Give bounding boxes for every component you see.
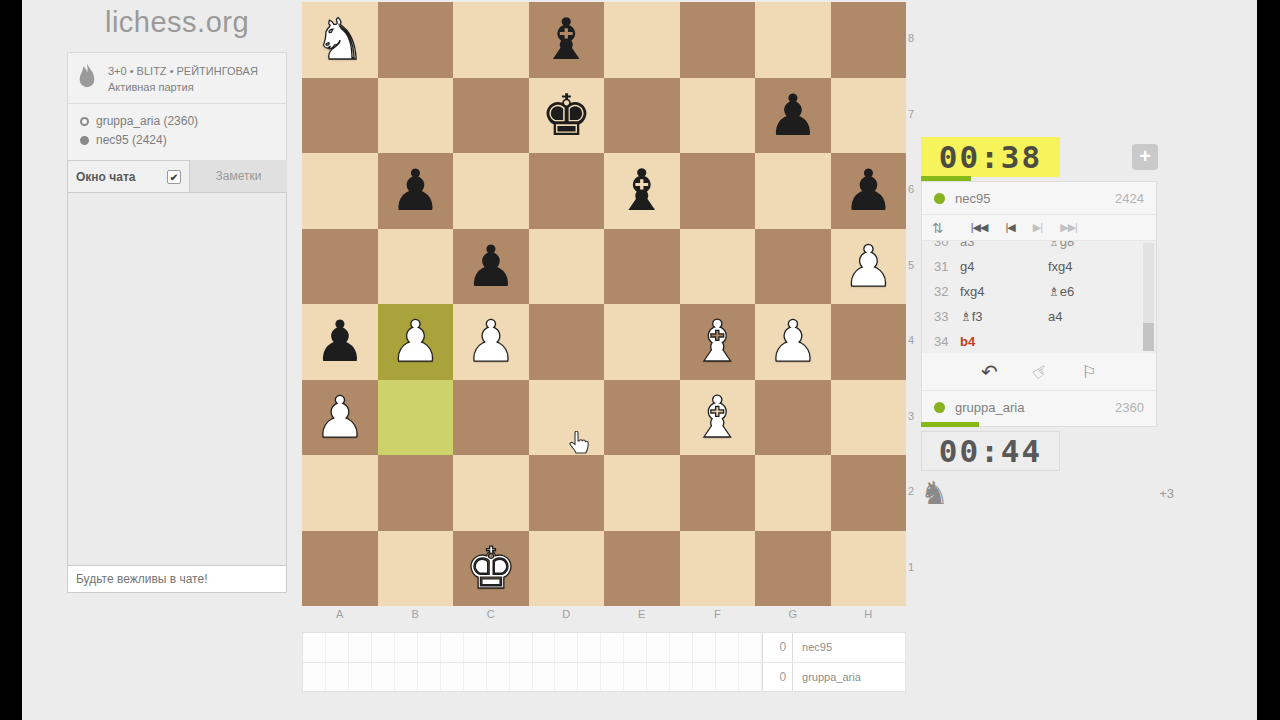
move-time-cell xyxy=(578,663,601,691)
square-c3[interactable] xyxy=(453,380,529,456)
move-nav-bar: ⇅ |◀◀ |◀ ▶| ▶▶| xyxy=(922,215,1156,241)
square-d6[interactable] xyxy=(529,153,605,229)
black-bishop[interactable]: ♝ xyxy=(529,2,605,78)
game-mode-label: 3+0 • BLITZ • РЕЙТИНГОВАЯ xyxy=(108,63,258,79)
square-e1[interactable] xyxy=(604,531,680,607)
white-move[interactable]: a3 xyxy=(960,241,1048,254)
black-player-rating: 2424 xyxy=(1115,191,1144,206)
file-label-d: D xyxy=(529,608,605,620)
draw-offer-hand-icon[interactable]: ☞ xyxy=(1027,358,1052,384)
resign-flag-icon[interactable]: ⚐ xyxy=(1082,362,1097,382)
black-color-icon xyxy=(80,136,89,145)
move-time-cell xyxy=(555,663,578,691)
move-time-player-name: gruppa_aria xyxy=(792,663,905,691)
square-b6[interactable]: ♟ xyxy=(378,153,454,229)
square-d1[interactable] xyxy=(529,531,605,607)
first-move-button[interactable]: |◀◀ xyxy=(971,221,988,234)
square-f6[interactable] xyxy=(680,153,756,229)
file-label-h: H xyxy=(831,608,907,620)
square-f5[interactable] xyxy=(680,229,756,305)
black-player-label: nec95 (2424) xyxy=(96,133,167,147)
move-time-cell xyxy=(716,663,739,691)
black-pawn[interactable]: ♟ xyxy=(831,153,907,229)
square-g5[interactable] xyxy=(755,229,831,305)
player-white-row[interactable]: gruppa_aria (2360) xyxy=(80,112,276,131)
move-time-row-nec95: 0nec95 xyxy=(303,633,905,662)
square-a7[interactable] xyxy=(302,78,378,154)
square-c8[interactable] xyxy=(453,2,529,78)
tab-chat-label: Окно чата xyxy=(76,170,135,184)
move-time-cell xyxy=(510,663,533,691)
file-label-b: B xyxy=(378,608,454,620)
chat-input[interactable] xyxy=(68,565,286,592)
square-b2[interactable] xyxy=(378,455,454,531)
online-dot-icon xyxy=(934,193,945,204)
black-move[interactable]: a4 xyxy=(1048,304,1128,329)
move-number: 34 xyxy=(922,329,960,353)
move-time-cell xyxy=(601,633,624,662)
chat-panel xyxy=(67,192,287,593)
white-player-row[interactable]: gruppa_aria 2360 xyxy=(922,390,1156,423)
white-pawn[interactable]: ♟ xyxy=(302,380,378,456)
square-h4[interactable] xyxy=(831,304,907,380)
rank-label-6: 6 xyxy=(908,183,922,195)
file-label-g: G xyxy=(755,608,831,620)
move-time-cell xyxy=(510,633,533,662)
square-c1[interactable]: ♚ xyxy=(453,531,529,607)
move-time-strip: 0nec950gruppa_aria xyxy=(302,632,906,692)
rank-label-3: 3 xyxy=(908,410,922,422)
move-time-cell xyxy=(670,663,693,691)
square-b5[interactable] xyxy=(378,229,454,305)
move-number: 31 xyxy=(922,254,960,279)
game-info-box: 3+0 • BLITZ • РЕЙТИНГОВАЯ Активная парти… xyxy=(67,52,287,161)
move-time-cell xyxy=(303,633,326,662)
square-a8[interactable]: ♞ xyxy=(302,2,378,78)
material-advantage: ♞ +3 xyxy=(920,474,1178,512)
move-time-cell xyxy=(441,663,464,691)
move-time-cell xyxy=(578,633,601,662)
square-g6[interactable] xyxy=(755,153,831,229)
move-time-cell xyxy=(693,663,716,691)
rank-label-8: 8 xyxy=(908,32,922,44)
white-player-label: gruppa_aria (2360) xyxy=(96,114,198,128)
move-time-cell xyxy=(372,633,395,662)
square-h3[interactable] xyxy=(831,380,907,456)
tab-notes-label: Заметки xyxy=(216,169,262,183)
square-c7[interactable] xyxy=(453,78,529,154)
square-e8[interactable] xyxy=(604,2,680,78)
captured-knight-icon: ♞ xyxy=(920,474,949,512)
white-move[interactable]: b4 xyxy=(960,329,1048,353)
move-time-cell xyxy=(533,633,556,662)
file-label-f: F xyxy=(680,608,756,620)
black-pawn[interactable]: ♟ xyxy=(755,78,831,154)
white-move[interactable]: g4 xyxy=(960,254,1048,279)
move-time-cell xyxy=(441,633,464,662)
square-c2[interactable] xyxy=(453,455,529,531)
file-label-c: C xyxy=(453,608,529,620)
rank-label-1: 1 xyxy=(908,561,922,573)
square-a5[interactable] xyxy=(302,229,378,305)
square-h1[interactable] xyxy=(831,531,907,607)
white-move[interactable]: ♗f3 xyxy=(960,304,1048,329)
move-time-player-name: nec95 xyxy=(792,633,905,662)
white-color-icon xyxy=(80,117,89,126)
black-player-row[interactable]: nec95 2424 xyxy=(922,182,1156,215)
square-h6[interactable]: ♟ xyxy=(831,153,907,229)
square-a1[interactable] xyxy=(302,531,378,607)
move-time-cell xyxy=(326,663,349,691)
mouse-cursor xyxy=(567,431,589,461)
white-bishop[interactable]: ♝ xyxy=(680,380,756,456)
move-time-cell xyxy=(326,633,349,662)
white-pawn[interactable]: ♟ xyxy=(378,304,454,380)
square-g2[interactable] xyxy=(755,455,831,531)
square-h2[interactable] xyxy=(831,455,907,531)
rank-label-4: 4 xyxy=(908,334,922,346)
move-time-cell xyxy=(349,663,372,691)
black-pawn[interactable]: ♟ xyxy=(453,229,529,305)
online-dot-icon xyxy=(934,402,945,413)
move-time-value: 0 xyxy=(762,663,792,691)
move-time-cell xyxy=(601,663,624,691)
black-player-name: nec95 xyxy=(955,191,990,206)
black-pawn[interactable]: ♟ xyxy=(302,304,378,380)
black-king[interactable]: ♚ xyxy=(529,78,605,154)
square-f4[interactable]: ♝ xyxy=(680,304,756,380)
square-g8[interactable] xyxy=(755,2,831,78)
rank-label-7: 7 xyxy=(908,108,922,120)
move-time-cell xyxy=(464,633,487,662)
chess-board[interactable]: ♞♝♚♟♟♝♟♟♟♟♟♟♝♟♟♝♚ xyxy=(302,2,906,606)
square-b3[interactable] xyxy=(378,380,454,456)
white-player-rating: 2360 xyxy=(1115,400,1144,415)
move-number: 33 xyxy=(922,304,960,329)
square-h5[interactable]: ♟ xyxy=(831,229,907,305)
square-c5[interactable]: ♟ xyxy=(453,229,529,305)
flip-board-icon[interactable]: ⇅ xyxy=(932,220,944,236)
square-g7[interactable]: ♟ xyxy=(755,78,831,154)
game-panel: nec95 2424 ⇅ |◀◀ |◀ ▶| ▶▶| 30a3♗g831g4fx… xyxy=(921,181,1157,427)
move-time-cell xyxy=(716,633,739,662)
move-number: 32 xyxy=(922,279,960,304)
move-time-cell xyxy=(647,663,670,691)
prev-move-button[interactable]: |◀ xyxy=(1006,221,1015,234)
square-d2[interactable] xyxy=(529,455,605,531)
square-d4[interactable] xyxy=(529,304,605,380)
square-b1[interactable] xyxy=(378,531,454,607)
takeback-icon[interactable]: ↶ xyxy=(981,360,998,384)
move-time-cell xyxy=(670,633,693,662)
square-d8[interactable]: ♝ xyxy=(529,2,605,78)
file-labels: ABCDEFGH xyxy=(302,608,906,620)
move-time-cell xyxy=(624,633,647,662)
move-list-scrollbar[interactable] xyxy=(1143,243,1154,351)
square-d5[interactable] xyxy=(529,229,605,305)
square-b7[interactable] xyxy=(378,78,454,154)
blitz-fire-icon xyxy=(76,63,98,95)
square-f2[interactable] xyxy=(680,455,756,531)
move-time-cell xyxy=(349,633,372,662)
move-time-cell xyxy=(693,633,716,662)
chat-enabled-checkbox[interactable]: ✔ xyxy=(167,170,181,184)
move-row-31[interactable]: 31g4fxg4 xyxy=(922,254,1156,279)
square-a4[interactable]: ♟ xyxy=(302,304,378,380)
black-move[interactable]: fxg4 xyxy=(1048,254,1128,279)
game-action-bar: ↶ ☞ ⚐ xyxy=(922,353,1156,390)
move-time-cell xyxy=(487,633,510,662)
next-move-button[interactable]: ▶| xyxy=(1033,221,1042,234)
scrollbar-thumb[interactable] xyxy=(1143,323,1154,351)
square-a3[interactable]: ♟ xyxy=(302,380,378,456)
square-a6[interactable] xyxy=(302,153,378,229)
white-player-name: gruppa_aria xyxy=(955,400,1024,415)
player-black-row[interactable]: nec95 (2424) xyxy=(80,131,276,150)
square-c4[interactable]: ♟ xyxy=(453,304,529,380)
move-row-32[interactable]: 32fxg4♗e6 xyxy=(922,279,1156,304)
square-f7[interactable] xyxy=(680,78,756,154)
tab-notes[interactable]: Заметки xyxy=(190,160,287,192)
white-bishop[interactable]: ♝ xyxy=(680,304,756,380)
move-time-cell xyxy=(464,663,487,691)
square-h7[interactable] xyxy=(831,78,907,154)
move-time-cell xyxy=(739,663,762,691)
tab-chat[interactable]: Окно чата ✔ xyxy=(67,160,190,192)
last-move-button[interactable]: ▶▶| xyxy=(1060,221,1077,234)
square-b4[interactable]: ♟ xyxy=(378,304,454,380)
square-d7[interactable]: ♚ xyxy=(529,78,605,154)
move-number: 30 xyxy=(922,241,960,254)
move-time-cell xyxy=(303,663,326,691)
material-advantage-value: +3 xyxy=(1159,486,1178,501)
file-label-e: E xyxy=(604,608,680,620)
square-h8[interactable] xyxy=(831,2,907,78)
white-pawn[interactable]: ♟ xyxy=(755,304,831,380)
move-time-cell xyxy=(418,633,441,662)
add-time-button[interactable]: + xyxy=(1132,144,1158,170)
move-time-cell xyxy=(739,633,762,662)
move-row-34[interactable]: 34b4 xyxy=(922,329,1156,353)
lichess-page: lichess.org 3+0 • BLITZ • РЕЙТИНГОВАЯ Ак… xyxy=(22,0,1257,720)
file-label-a: A xyxy=(302,608,378,620)
lichess-logo[interactable]: lichess.org xyxy=(67,6,287,39)
black-move[interactable] xyxy=(1048,329,1128,353)
move-time-cell xyxy=(395,663,418,691)
move-time-cell xyxy=(533,663,556,691)
white-pawn[interactable]: ♟ xyxy=(453,304,529,380)
white-knight[interactable]: ♞ xyxy=(302,2,378,78)
move-time-cell xyxy=(418,663,441,691)
square-e6[interactable]: ♝ xyxy=(604,153,680,229)
square-e7[interactable] xyxy=(604,78,680,154)
move-time-value: 0 xyxy=(762,633,792,662)
clock-white: 00:44 xyxy=(921,431,1060,471)
square-f8[interactable] xyxy=(680,2,756,78)
move-list[interactable]: 30a3♗g831g4fxg432fxg4♗e633♗f3a434b4 xyxy=(922,241,1156,353)
rank-label-5: 5 xyxy=(908,259,922,271)
move-time-cell xyxy=(395,633,418,662)
square-g1[interactable] xyxy=(755,531,831,607)
square-g4[interactable]: ♟ xyxy=(755,304,831,380)
square-e4[interactable] xyxy=(604,304,680,380)
black-move[interactable]: ♗g8 xyxy=(1048,241,1128,254)
black-move[interactable]: ♗e6 xyxy=(1048,279,1128,304)
square-b8[interactable] xyxy=(378,2,454,78)
black-pawn[interactable]: ♟ xyxy=(378,153,454,229)
game-status-label: Активная партия xyxy=(108,79,258,95)
move-time-cell xyxy=(555,633,578,662)
square-e5[interactable] xyxy=(604,229,680,305)
white-pawn[interactable]: ♟ xyxy=(831,229,907,305)
square-e3[interactable] xyxy=(604,380,680,456)
white-move[interactable]: fxg4 xyxy=(960,279,1048,304)
move-time-cell xyxy=(487,663,510,691)
move-row-30[interactable]: 30a3♗g8 xyxy=(922,241,1156,254)
square-c6[interactable] xyxy=(453,153,529,229)
square-a2[interactable] xyxy=(302,455,378,531)
white-king[interactable]: ♚ xyxy=(453,531,529,607)
move-time-row-gruppa_aria: 0gruppa_aria xyxy=(303,662,905,691)
black-bishop[interactable]: ♝ xyxy=(604,153,680,229)
square-e2[interactable] xyxy=(604,455,680,531)
move-time-cell xyxy=(647,633,670,662)
clock-black: 00:38 xyxy=(921,137,1060,177)
move-row-33[interactable]: 33♗f3a4 xyxy=(922,304,1156,329)
move-time-cell xyxy=(624,663,647,691)
square-f3[interactable]: ♝ xyxy=(680,380,756,456)
square-f1[interactable] xyxy=(680,531,756,607)
square-g3[interactable] xyxy=(755,380,831,456)
move-time-cell xyxy=(372,663,395,691)
time-bar-white xyxy=(921,422,979,427)
